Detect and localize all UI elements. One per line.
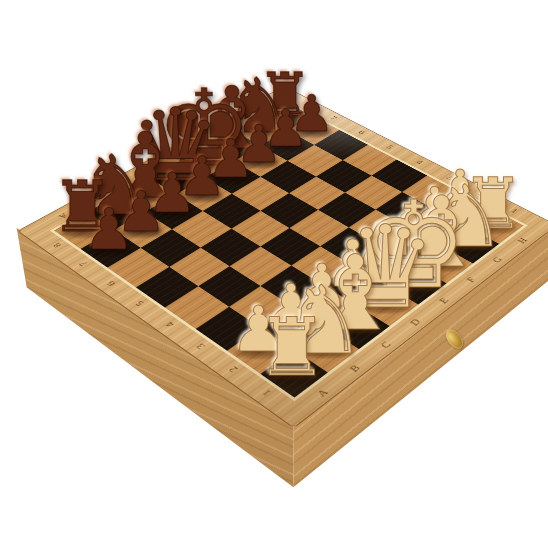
rank-label-afile-6: 6 (104, 280, 117, 288)
piece-white-rook-a1: ♜ (256, 307, 328, 387)
rank-label-afile-5: 5 (133, 300, 146, 308)
rank-label-hfile-6: 6 (356, 130, 366, 136)
rank-label-afile-4: 4 (163, 321, 176, 330)
rank-label-hfile-4: 4 (414, 159, 425, 165)
chess-set-photo: 88AA77BB66CC55DD44EE33FF22GG11HH ♜♟♞♟♝♟♚… (0, 0, 548, 548)
rank-label-hfile-5: 5 (384, 144, 394, 150)
rank-label-afile-3: 3 (194, 342, 207, 351)
piece-black-pawn-a7: ♟ (83, 201, 134, 258)
